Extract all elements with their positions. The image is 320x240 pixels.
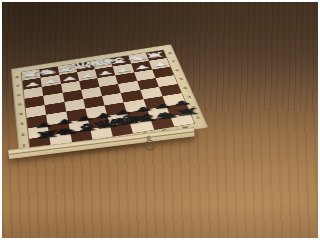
rank-label-left-5: 5 xyxy=(14,99,26,110)
rank-label-left-2: 2 xyxy=(17,128,30,140)
rank-label-left-3: 3 xyxy=(16,118,28,130)
rank-label-left-4: 4 xyxy=(15,108,27,120)
chess-board-scene: ABCDEFGH 87654321 87654321 ♜♞♝♛♚♝♞♜♟♟♟♟♟… xyxy=(4,2,200,194)
product-photo: ABCDEFGH 87654321 87654321 ♜♞♝♛♚♝♞♜♟♟♟♟♟… xyxy=(2,2,200,200)
